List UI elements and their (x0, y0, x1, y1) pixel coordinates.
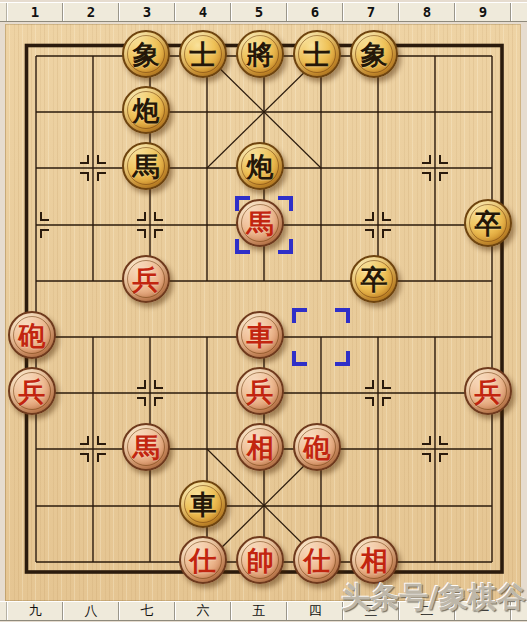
piece-glyph: 車 (247, 322, 274, 349)
file-label-bottom-2: 八 (63, 602, 119, 620)
piece-glyph: 卒 (361, 266, 388, 293)
piece-black-advisor[interactable]: 士 (179, 30, 227, 78)
piece-red-cannon[interactable]: 砲 (8, 311, 56, 359)
piece-black-elephant[interactable]: 象 (122, 30, 170, 78)
piece-red-elephant[interactable]: 相 (236, 423, 284, 471)
piece-black-soldier[interactable]: 卒 (464, 199, 512, 247)
piece-glyph: 相 (247, 434, 274, 461)
piece-glyph: 兵 (475, 378, 502, 405)
piece-glyph: 相 (361, 547, 388, 574)
piece-red-soldier[interactable]: 兵 (236, 367, 284, 415)
piece-red-soldier[interactable]: 兵 (122, 255, 170, 303)
piece-black-general[interactable]: 將 (236, 30, 284, 78)
file-label-bottom-1: 九 (7, 602, 63, 620)
piece-glyph: 士 (190, 41, 217, 68)
piece-glyph: 將 (247, 41, 274, 68)
piece-red-horse-selected[interactable]: 馬 (236, 199, 284, 247)
piece-red-advisor[interactable]: 仕 (179, 536, 227, 584)
piece-red-advisor[interactable]: 仕 (293, 536, 341, 584)
strip-end-cap (0, 602, 7, 620)
watermark-text: 头条号/象棋谷 (326, 578, 526, 618)
piece-glyph: 帥 (247, 547, 274, 574)
piece-glyph: 仕 (190, 547, 217, 574)
piece-glyph: 炮 (247, 153, 274, 180)
piece-red-cannon[interactable]: 砲 (293, 423, 341, 471)
piece-glyph: 仕 (304, 547, 331, 574)
piece-red-soldier[interactable]: 兵 (464, 367, 512, 415)
piece-black-elephant[interactable]: 象 (350, 30, 398, 78)
piece-red-chariot[interactable]: 車 (236, 311, 284, 359)
piece-glyph: 車 (190, 491, 217, 518)
piece-glyph: 馬 (133, 434, 160, 461)
piece-glyph: 馬 (247, 210, 274, 237)
file-label-bottom-4: 六 (175, 602, 231, 620)
piece-black-cannon[interactable]: 炮 (122, 86, 170, 134)
xiangqi-app-window: 123456789 象士將士象炮馬炮卒卒車馬兵砲車兵兵兵馬相砲仕帥仕相 九八七六… (0, 0, 527, 622)
piece-red-horse[interactable]: 馬 (122, 423, 170, 471)
piece-glyph: 兵 (247, 378, 274, 405)
piece-black-soldier[interactable]: 卒 (350, 255, 398, 303)
piece-glyph: 象 (361, 41, 388, 68)
piece-red-general[interactable]: 帥 (236, 536, 284, 584)
file-label-bottom-3: 七 (119, 602, 175, 620)
piece-glyph: 砲 (304, 434, 331, 461)
piece-black-horse[interactable]: 馬 (122, 142, 170, 190)
file-label-bottom-5: 五 (231, 602, 287, 620)
piece-glyph: 卒 (475, 210, 502, 237)
piece-glyph: 兵 (19, 378, 46, 405)
piece-glyph: 砲 (19, 322, 46, 349)
piece-red-elephant[interactable]: 相 (350, 536, 398, 584)
piece-glyph: 馬 (133, 153, 160, 180)
piece-black-chariot[interactable]: 車 (179, 480, 227, 528)
piece-glyph: 士 (304, 41, 331, 68)
piece-glyph: 兵 (133, 266, 160, 293)
piece-black-advisor[interactable]: 士 (293, 30, 341, 78)
piece-glyph: 炮 (133, 97, 160, 124)
piece-red-soldier[interactable]: 兵 (8, 367, 56, 415)
piece-black-cannon[interactable]: 炮 (236, 142, 284, 190)
piece-glyph: 象 (133, 41, 160, 68)
